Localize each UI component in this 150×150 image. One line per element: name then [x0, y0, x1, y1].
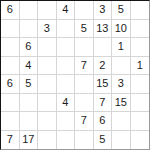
grid-cell-r4c3[interactable]: [38, 57, 57, 76]
grid-cell-r2c4[interactable]: [57, 20, 76, 39]
grid-cell-r6c6[interactable]: 7: [94, 94, 113, 113]
grid-cell-r7c6[interactable]: 6: [94, 112, 113, 131]
grid-cell-r3c7[interactable]: 1: [112, 38, 131, 57]
grid-cell-r3c5[interactable]: [75, 38, 94, 57]
grid-cell-r8c8[interactable]: [131, 131, 150, 150]
grid-cell-r6c1[interactable]: [1, 94, 20, 113]
grid-cell-r8c6[interactable]: 5: [94, 131, 113, 150]
grid-cell-r2c5[interactable]: 5: [75, 20, 94, 39]
puzzle-board: 6435351310614721651534715767175: [0, 0, 150, 150]
grid-cell-r1c3[interactable]: [38, 1, 57, 20]
grid-cell-r6c8[interactable]: [131, 94, 150, 113]
grid-cell-r8c5[interactable]: [75, 131, 94, 150]
grid-cell-r8c4[interactable]: [57, 131, 76, 150]
grid-cell-r1c2[interactable]: [20, 1, 39, 20]
grid-cell-r4c1[interactable]: [1, 57, 20, 76]
grid-cell-r8c2[interactable]: 17: [20, 131, 39, 150]
grid-cell-r7c7[interactable]: [112, 112, 131, 131]
grid-cell-r6c5[interactable]: [75, 94, 94, 113]
grid-cell-r1c8[interactable]: [131, 1, 150, 20]
grid-cell-r4c2[interactable]: 4: [20, 57, 39, 76]
grid-cell-r5c8[interactable]: [131, 75, 150, 94]
grid-cell-r5c7[interactable]: 3: [112, 75, 131, 94]
grid-cell-r4c7[interactable]: [112, 57, 131, 76]
grid-cell-r4c6[interactable]: 2: [94, 57, 113, 76]
grid-cell-r7c8[interactable]: [131, 112, 150, 131]
grid-cell-r5c5[interactable]: [75, 75, 94, 94]
grid-cell-r1c6[interactable]: 3: [94, 1, 113, 20]
grid-cell-r3c8[interactable]: [131, 38, 150, 57]
grid-cell-r3c6[interactable]: [94, 38, 113, 57]
grid-cell-r8c7[interactable]: [112, 131, 131, 150]
grid-cell-r4c4[interactable]: [57, 57, 76, 76]
grid-cell-r1c5[interactable]: [75, 1, 94, 20]
grid-cell-r5c4[interactable]: [57, 75, 76, 94]
grid-cell-r3c2[interactable]: 6: [20, 38, 39, 57]
grid-cell-r6c4[interactable]: 4: [57, 94, 76, 113]
grid-cell-r2c3[interactable]: 3: [38, 20, 57, 39]
grid-cell-r7c2[interactable]: [20, 112, 39, 131]
grid-cell-r5c6[interactable]: 15: [94, 75, 113, 94]
grid-cell-r1c4[interactable]: 4: [57, 1, 76, 20]
grid-cell-r1c7[interactable]: 5: [112, 1, 131, 20]
grid-cell-r5c3[interactable]: [38, 75, 57, 94]
grid-cell-r3c1[interactable]: [1, 38, 20, 57]
grid-cell-r2c1[interactable]: [1, 20, 20, 39]
grid-cell-r2c8[interactable]: [131, 20, 150, 39]
grid-cell-r5c2[interactable]: 5: [20, 75, 39, 94]
grid-cell-r7c4[interactable]: [57, 112, 76, 131]
grid-cell-r8c1[interactable]: 7: [1, 131, 20, 150]
grid-cell-r6c3[interactable]: [38, 94, 57, 113]
grid-cell-r3c3[interactable]: [38, 38, 57, 57]
grid-cell-r2c6[interactable]: 13: [94, 20, 113, 39]
grid-cell-r6c7[interactable]: 15: [112, 94, 131, 113]
grid-cell-r4c8[interactable]: 1: [131, 57, 150, 76]
grid-cell-r7c1[interactable]: [1, 112, 20, 131]
grid-cell-r2c2[interactable]: [20, 20, 39, 39]
grid-cell-r7c3[interactable]: [38, 112, 57, 131]
grid-cell-r3c4[interactable]: [57, 38, 76, 57]
grid-cell-r6c2[interactable]: [20, 94, 39, 113]
grid-cell-r2c7[interactable]: 10: [112, 20, 131, 39]
grid-cell-r4c5[interactable]: 7: [75, 57, 94, 76]
grid-cell-r7c5[interactable]: 7: [75, 112, 94, 131]
grid-cell-r8c3[interactable]: [38, 131, 57, 150]
grid-cell-r5c1[interactable]: 6: [1, 75, 20, 94]
grid-cell-r1c1[interactable]: 6: [1, 1, 20, 20]
